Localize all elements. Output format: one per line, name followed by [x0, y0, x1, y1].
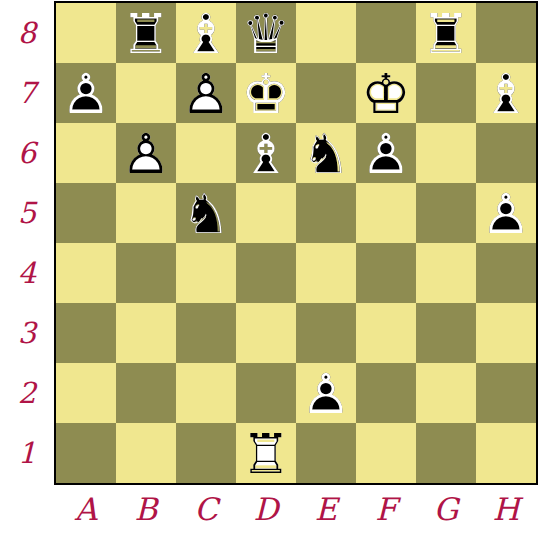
square-f6[interactable]: ♟♙	[356, 123, 416, 183]
square-c6[interactable]	[176, 123, 236, 183]
square-h6[interactable]	[476, 123, 536, 183]
square-c2[interactable]	[176, 363, 236, 423]
square-f5[interactable]	[356, 183, 416, 243]
king-glyph-outline: ♔	[236, 63, 296, 123]
square-h4[interactable]	[476, 243, 536, 303]
square-d6[interactable]: ♝♗	[236, 123, 296, 183]
rank-label-8: 8	[0, 3, 54, 63]
file-label-g: G	[416, 484, 476, 534]
knight-glyph-outline: ♘	[176, 183, 236, 243]
rank-label-1: 1	[0, 423, 54, 483]
pawn-glyph-outline: ♙	[176, 63, 236, 123]
square-c7[interactable]: ♟♙	[176, 63, 236, 123]
square-a5[interactable]	[56, 183, 116, 243]
piece-black-pawn-e2[interactable]: ♟♙	[296, 363, 356, 423]
rook-glyph-outline: ♖	[236, 423, 296, 483]
square-e8[interactable]	[296, 3, 356, 63]
square-e2[interactable]: ♟♙	[296, 363, 356, 423]
file-label-h: H	[476, 484, 536, 534]
square-c5[interactable]: ♞♘	[176, 183, 236, 243]
file-labels: ABCDEFGH	[56, 484, 536, 534]
square-c8[interactable]: ♝♗	[176, 3, 236, 63]
bishop-glyph-outline: ♗	[236, 123, 296, 183]
square-b5[interactable]	[116, 183, 176, 243]
square-g7[interactable]	[416, 63, 476, 123]
piece-black-pawn-a7[interactable]: ♟♙	[56, 63, 116, 123]
chess-diagram: 87654321 ♜♖♝♗♛♕♜♖♟♙♟♙♚♔♚♔♝♗♟♙♝♗♞♘♟♙♞♘♟♙♟…	[0, 0, 538, 538]
square-h7[interactable]: ♝♗	[476, 63, 536, 123]
square-c3[interactable]	[176, 303, 236, 363]
piece-black-pawn-f6[interactable]: ♟♙	[356, 123, 416, 183]
square-b1[interactable]	[116, 423, 176, 483]
square-b8[interactable]: ♜♖	[116, 3, 176, 63]
rank-label-3: 3	[0, 303, 54, 363]
pawn-glyph-outline: ♙	[476, 183, 536, 243]
square-g1[interactable]	[416, 423, 476, 483]
square-b2[interactable]	[116, 363, 176, 423]
square-f8[interactable]	[356, 3, 416, 63]
piece-black-rook-g8[interactable]: ♜♖	[416, 3, 476, 63]
square-g2[interactable]	[416, 363, 476, 423]
square-g5[interactable]	[416, 183, 476, 243]
file-label-c: C	[176, 484, 236, 534]
square-h1[interactable]	[476, 423, 536, 483]
square-f1[interactable]	[356, 423, 416, 483]
bishop-glyph-outline: ♗	[176, 3, 236, 63]
square-g3[interactable]	[416, 303, 476, 363]
square-e6[interactable]: ♞♘	[296, 123, 356, 183]
square-c1[interactable]	[176, 423, 236, 483]
square-d7[interactable]: ♚♔	[236, 63, 296, 123]
square-e4[interactable]	[296, 243, 356, 303]
piece-black-king-d7[interactable]: ♚♔	[236, 63, 296, 123]
square-h5[interactable]: ♟♙	[476, 183, 536, 243]
piece-black-knight-e6[interactable]: ♞♘	[296, 123, 356, 183]
piece-black-bishop-c8[interactable]: ♝♗	[176, 3, 236, 63]
square-e3[interactable]	[296, 303, 356, 363]
rank-label-6: 6	[0, 123, 54, 183]
square-h2[interactable]	[476, 363, 536, 423]
piece-black-rook-b8[interactable]: ♜♖	[116, 3, 176, 63]
square-g8[interactable]: ♜♖	[416, 3, 476, 63]
square-a2[interactable]	[56, 363, 116, 423]
file-label-d: D	[236, 484, 296, 534]
chess-board: ♜♖♝♗♛♕♜♖♟♙♟♙♚♔♚♔♝♗♟♙♝♗♞♘♟♙♞♘♟♙♟♙♜♖	[54, 1, 538, 485]
rank-labels: 87654321	[0, 3, 54, 483]
rank-label-7: 7	[0, 63, 54, 123]
rook-glyph-outline: ♖	[116, 3, 176, 63]
square-e1[interactable]	[296, 423, 356, 483]
square-a8[interactable]	[56, 3, 116, 63]
pawn-glyph-outline: ♙	[116, 123, 176, 183]
square-b3[interactable]	[116, 303, 176, 363]
square-b4[interactable]	[116, 243, 176, 303]
pawn-glyph-outline: ♙	[296, 363, 356, 423]
square-a3[interactable]	[56, 303, 116, 363]
square-d8[interactable]: ♛♕	[236, 3, 296, 63]
square-a6[interactable]	[56, 123, 116, 183]
piece-white-pawn-c7[interactable]: ♟♙	[176, 63, 236, 123]
queen-glyph-outline: ♕	[236, 3, 296, 63]
file-label-a: A	[56, 484, 116, 534]
piece-black-bishop-d6[interactable]: ♝♗	[236, 123, 296, 183]
knight-glyph-outline: ♘	[296, 123, 356, 183]
square-a1[interactable]	[56, 423, 116, 483]
file-label-e: E	[296, 484, 356, 534]
square-b6[interactable]: ♟♙	[116, 123, 176, 183]
piece-black-queen-d8[interactable]: ♛♕	[236, 3, 296, 63]
piece-white-rook-d1[interactable]: ♜♖	[236, 423, 296, 483]
king-glyph-outline: ♔	[356, 63, 416, 123]
piece-black-knight-c5[interactable]: ♞♘	[176, 183, 236, 243]
square-a4[interactable]	[56, 243, 116, 303]
square-f3[interactable]	[356, 303, 416, 363]
square-d1[interactable]: ♜♖	[236, 423, 296, 483]
square-e5[interactable]	[296, 183, 356, 243]
square-h3[interactable]	[476, 303, 536, 363]
square-f4[interactable]	[356, 243, 416, 303]
bishop-glyph-outline: ♗	[476, 63, 536, 123]
square-b7[interactable]	[116, 63, 176, 123]
piece-black-pawn-h5[interactable]: ♟♙	[476, 183, 536, 243]
square-a7[interactable]: ♟♙	[56, 63, 116, 123]
square-f2[interactable]	[356, 363, 416, 423]
square-d4[interactable]	[236, 243, 296, 303]
rank-label-4: 4	[0, 243, 54, 303]
rook-glyph-outline: ♖	[416, 3, 476, 63]
rank-label-2: 2	[0, 363, 54, 423]
square-d2[interactable]	[236, 363, 296, 423]
pawn-glyph-outline: ♙	[356, 123, 416, 183]
square-d3[interactable]	[236, 303, 296, 363]
square-d5[interactable]	[236, 183, 296, 243]
square-h8[interactable]	[476, 3, 536, 63]
piece-white-pawn-b6[interactable]: ♟♙	[116, 123, 176, 183]
square-e7[interactable]	[296, 63, 356, 123]
file-label-b: B	[116, 484, 176, 534]
rank-label-5: 5	[0, 183, 54, 243]
square-f7[interactable]: ♚♔	[356, 63, 416, 123]
piece-white-king-f7[interactable]: ♚♔	[356, 63, 416, 123]
file-label-f: F	[356, 484, 416, 534]
square-c4[interactable]	[176, 243, 236, 303]
piece-black-bishop-h7[interactable]: ♝♗	[476, 63, 536, 123]
square-g6[interactable]	[416, 123, 476, 183]
pawn-glyph-outline: ♙	[56, 63, 116, 123]
square-g4[interactable]	[416, 243, 476, 303]
board-grid: ♜♖♝♗♛♕♜♖♟♙♟♙♚♔♚♔♝♗♟♙♝♗♞♘♟♙♞♘♟♙♟♙♜♖	[56, 3, 536, 483]
